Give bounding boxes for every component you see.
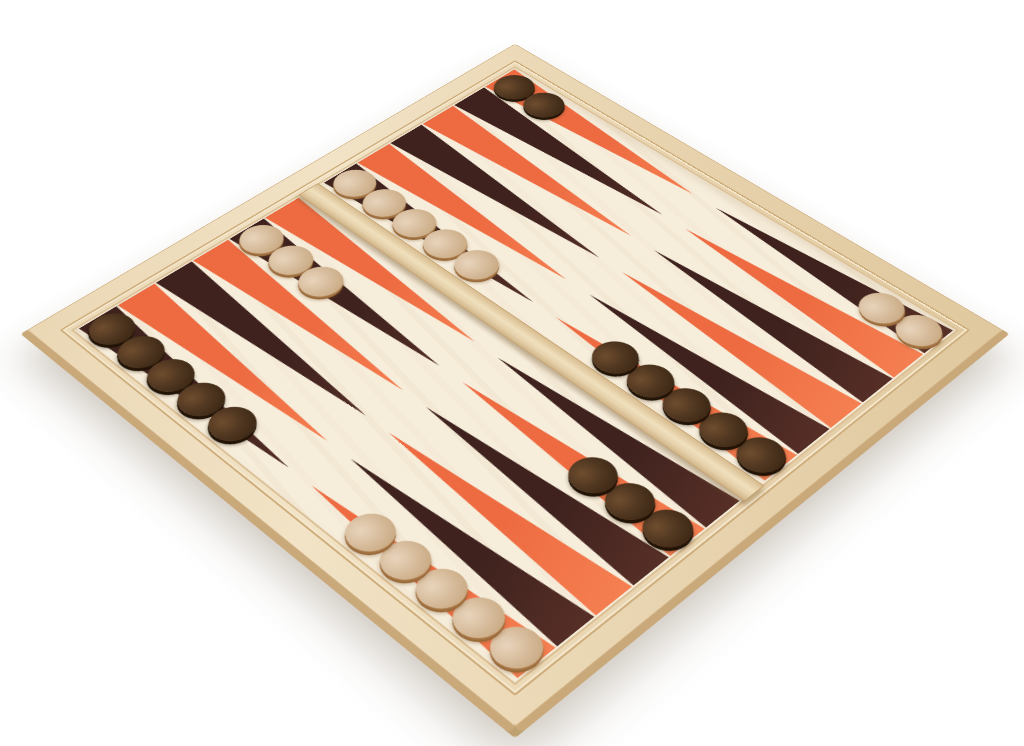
board-frame (27, 44, 1003, 727)
photo-background (0, 0, 1024, 746)
playing-field (71, 66, 959, 685)
backgammon-board-scene (27, 44, 1003, 727)
